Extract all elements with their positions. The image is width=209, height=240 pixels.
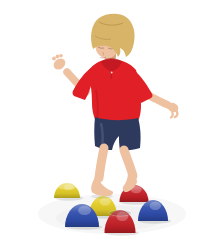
boy xyxy=(51,14,179,199)
left-leg xyxy=(99,148,104,178)
right-hand-finger-1 xyxy=(175,110,177,117)
stone-highlight xyxy=(100,198,111,206)
stone-highlight xyxy=(150,202,161,210)
stone-yellow-back xyxy=(54,183,83,201)
stone-flat-top xyxy=(58,183,77,189)
right-leg xyxy=(124,150,133,176)
left-hand-finger-1 xyxy=(52,57,56,61)
photo-illustration xyxy=(0,0,209,240)
stone-highlight xyxy=(78,206,91,215)
shirt-button xyxy=(111,72,113,74)
photo-stage xyxy=(0,0,209,240)
left-hand-finger-3 xyxy=(59,54,63,58)
stone-flat-top xyxy=(109,210,131,216)
left-hand-finger-2 xyxy=(56,55,60,59)
right-hand-finger-2 xyxy=(171,111,173,118)
